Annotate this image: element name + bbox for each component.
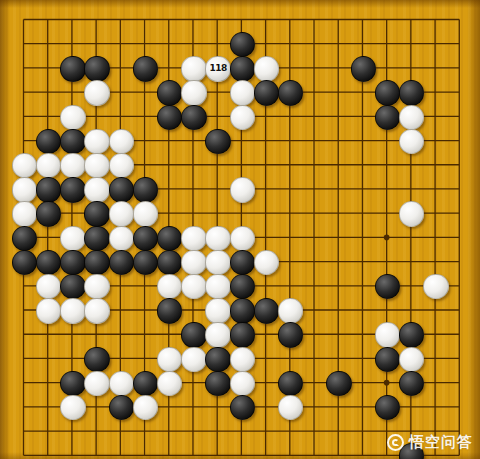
white-stone[interactable] (84, 177, 109, 202)
black-stone[interactable] (36, 129, 61, 154)
white-stone[interactable] (12, 201, 37, 226)
white-stone[interactable] (109, 153, 134, 178)
black-stone[interactable] (109, 177, 134, 202)
white-stone[interactable] (60, 395, 85, 420)
black-stone[interactable] (375, 395, 400, 420)
black-stone[interactable] (133, 250, 158, 275)
black-stone[interactable] (278, 80, 303, 105)
white-stone[interactable] (399, 201, 424, 226)
white-stone[interactable] (36, 298, 61, 323)
white-stone[interactable] (230, 371, 255, 396)
black-stone[interactable] (230, 250, 255, 275)
white-stone[interactable] (84, 80, 109, 105)
white-stone[interactable] (254, 250, 279, 275)
black-stone[interactable] (84, 347, 109, 372)
go-board-screenshot: 118 悟空问答 (0, 0, 480, 459)
black-stone[interactable] (84, 226, 109, 251)
white-stone[interactable] (278, 298, 303, 323)
white-stone[interactable] (84, 153, 109, 178)
move-118-stone[interactable]: 118 (205, 56, 230, 81)
white-stone[interactable] (60, 298, 85, 323)
white-stone[interactable] (12, 177, 37, 202)
goban[interactable]: 118 (11, 7, 471, 459)
black-stone[interactable] (157, 105, 182, 130)
black-stone[interactable] (84, 56, 109, 81)
black-stone[interactable] (84, 250, 109, 275)
black-stone[interactable] (399, 322, 424, 347)
watermark: 悟空问答 (387, 433, 473, 452)
black-stone[interactable] (157, 80, 182, 105)
white-stone[interactable] (12, 153, 37, 178)
watermark-text: 悟空问答 (409, 433, 473, 452)
white-stone[interactable] (157, 274, 182, 299)
black-stone[interactable] (109, 250, 134, 275)
black-stone[interactable] (399, 80, 424, 105)
white-stone[interactable] (181, 56, 206, 81)
black-stone[interactable] (12, 226, 37, 251)
black-stone[interactable] (375, 105, 400, 130)
white-stone[interactable] (109, 226, 134, 251)
black-stone[interactable] (230, 322, 255, 347)
black-stone[interactable] (205, 347, 230, 372)
white-stone[interactable] (84, 371, 109, 396)
white-stone[interactable] (60, 105, 85, 130)
white-stone[interactable] (399, 129, 424, 154)
white-stone[interactable] (230, 347, 255, 372)
black-stone[interactable] (230, 56, 255, 81)
black-stone[interactable] (181, 322, 206, 347)
white-stone[interactable] (60, 226, 85, 251)
black-stone[interactable] (12, 250, 37, 275)
white-stone[interactable] (84, 298, 109, 323)
black-stone[interactable] (84, 201, 109, 226)
black-stone[interactable] (230, 32, 255, 57)
black-stone[interactable] (60, 177, 85, 202)
white-stone[interactable] (205, 298, 230, 323)
white-stone[interactable] (109, 201, 134, 226)
black-stone[interactable] (375, 347, 400, 372)
white-stone[interactable] (230, 80, 255, 105)
white-stone[interactable] (109, 371, 134, 396)
black-stone[interactable] (278, 322, 303, 347)
white-stone[interactable] (36, 153, 61, 178)
white-stone[interactable] (205, 274, 230, 299)
white-stone[interactable] (399, 347, 424, 372)
black-stone[interactable] (181, 105, 206, 130)
black-stone[interactable] (157, 226, 182, 251)
white-stone[interactable] (205, 226, 230, 251)
black-stone[interactable] (60, 129, 85, 154)
black-stone[interactable] (36, 250, 61, 275)
black-stone[interactable] (133, 177, 158, 202)
white-stone[interactable] (230, 105, 255, 130)
black-stone[interactable] (278, 371, 303, 396)
black-stone[interactable] (351, 56, 376, 81)
black-stone[interactable] (60, 371, 85, 396)
white-stone[interactable] (205, 322, 230, 347)
black-stone[interactable] (375, 80, 400, 105)
black-stone[interactable] (157, 250, 182, 275)
white-stone[interactable] (109, 129, 134, 154)
black-stone[interactable] (205, 371, 230, 396)
white-stone[interactable] (230, 226, 255, 251)
black-stone[interactable] (205, 129, 230, 154)
white-stone[interactable] (157, 371, 182, 396)
black-stone[interactable] (109, 395, 134, 420)
white-stone[interactable] (375, 322, 400, 347)
black-stone[interactable] (157, 298, 182, 323)
white-stone[interactable] (423, 274, 448, 299)
white-stone[interactable] (181, 80, 206, 105)
black-stone[interactable] (375, 274, 400, 299)
black-stone[interactable] (230, 395, 255, 420)
white-stone[interactable] (181, 226, 206, 251)
black-stone[interactable] (133, 56, 158, 81)
black-stone[interactable] (399, 371, 424, 396)
black-stone[interactable] (230, 298, 255, 323)
black-stone[interactable] (230, 274, 255, 299)
move-number-label: 118 (209, 64, 226, 73)
black-stone[interactable] (60, 250, 85, 275)
black-stone[interactable] (36, 177, 61, 202)
white-stone[interactable] (181, 274, 206, 299)
black-stone[interactable] (36, 201, 61, 226)
white-stone[interactable] (205, 250, 230, 275)
white-stone[interactable] (60, 153, 85, 178)
black-stone[interactable] (133, 371, 158, 396)
white-stone[interactable] (278, 395, 303, 420)
black-stone[interactable] (254, 80, 279, 105)
black-stone[interactable] (326, 371, 351, 396)
white-stone[interactable] (133, 395, 158, 420)
black-stone[interactable] (60, 274, 85, 299)
white-stone[interactable] (181, 347, 206, 372)
wukong-qa-logo-icon (387, 434, 404, 451)
white-stone[interactable] (157, 347, 182, 372)
white-stone[interactable] (254, 56, 279, 81)
white-stone[interactable] (181, 250, 206, 275)
white-stone[interactable] (133, 201, 158, 226)
black-stone[interactable] (133, 226, 158, 251)
white-stone[interactable] (399, 105, 424, 130)
black-stone[interactable] (60, 56, 85, 81)
white-stone[interactable] (36, 274, 61, 299)
black-stone[interactable] (254, 298, 279, 323)
white-stone[interactable] (84, 274, 109, 299)
white-stone[interactable] (84, 129, 109, 154)
white-stone[interactable] (230, 177, 255, 202)
